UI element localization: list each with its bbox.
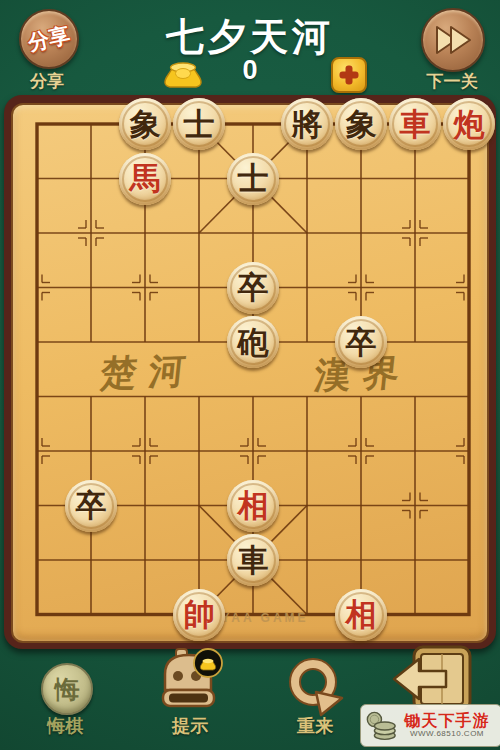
piece-black-象[interactable]: 象	[119, 98, 171, 150]
piece-black-象[interactable]: 象	[335, 98, 387, 150]
restart-icon[interactable]	[285, 657, 345, 717]
piece-red-相[interactable]: 相	[227, 480, 279, 532]
piece-red-炮[interactable]: 炮	[443, 98, 495, 150]
site-watermark-title: 锄天下手游	[397, 713, 497, 730]
share-caption: 分享	[14, 70, 80, 93]
piece-red-馬[interactable]: 馬	[119, 153, 171, 205]
site-watermark-url: WWW.68510.COM	[397, 730, 497, 738]
fast-forward-icon	[429, 21, 477, 59]
coin-count: 0	[226, 55, 274, 86]
undo-piece-char: 悔	[55, 673, 80, 706]
restart-label: 重来	[276, 714, 354, 738]
next-level-caption: 下一关	[413, 70, 491, 93]
add-coins-button[interactable]	[331, 57, 367, 93]
piece-black-卒[interactable]: 卒	[335, 316, 387, 368]
piece-red-相[interactable]: 相	[335, 589, 387, 641]
coins-icon	[365, 709, 397, 743]
piece-red-帥[interactable]: 帥	[173, 589, 225, 641]
site-watermark: 锄天下手游 WWW.68510.COM	[360, 704, 500, 747]
xiangqi-game-app: 七夕天河 分享 分享 下一关 0 楚河 漢界 BOYAA GAME 象士將象車炮…	[0, 0, 500, 750]
piece-black-士[interactable]: 士	[227, 153, 279, 205]
share-button-label: 分享	[26, 21, 73, 57]
piece-black-卒[interactable]: 卒	[227, 262, 279, 314]
piece-black-將[interactable]: 將	[281, 98, 333, 150]
share-button[interactable]: 分享	[19, 9, 79, 69]
xiangqi-board[interactable]: 楚河 漢界 BOYAA GAME 象士將象車炮馬士卒砲卒卒相車帥相	[11, 103, 489, 643]
piece-black-砲[interactable]: 砲	[227, 316, 279, 368]
hint-robot-icon[interactable]	[156, 648, 226, 714]
piece-black-卒[interactable]: 卒	[65, 480, 117, 532]
piece-black-車[interactable]: 車	[227, 534, 279, 586]
next-level-button[interactable]	[421, 8, 485, 72]
undo-label: 悔棋	[23, 714, 107, 738]
river-label-left: 楚河	[98, 346, 200, 398]
gold-ingot-icon	[160, 57, 206, 91]
piece-red-車[interactable]: 車	[389, 98, 441, 150]
piece-black-士[interactable]: 士	[173, 98, 225, 150]
undo-button[interactable]: 悔	[41, 663, 93, 715]
hint-label: 提示	[148, 714, 232, 738]
